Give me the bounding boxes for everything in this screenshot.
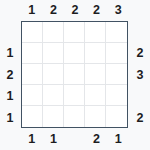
clue-left-5: 1 — [0, 107, 20, 129]
cell-r3c1[interactable] — [22, 64, 43, 85]
cell-r4c2[interactable] — [43, 85, 64, 106]
clues-top: 12223 — [21, 0, 129, 20]
clue-left-3: 2 — [0, 64, 20, 86]
cell-r1c3[interactable] — [64, 22, 85, 43]
clue-top-3: 2 — [64, 0, 86, 20]
clue-top-1: 1 — [21, 0, 43, 20]
cell-r5c2[interactable] — [43, 106, 64, 127]
clue-left-1 — [0, 21, 20, 43]
cell-r2c4[interactable] — [85, 43, 106, 64]
clue-right-3: 3 — [130, 64, 150, 86]
skyscrapers-puzzle: 12223 1211 232 1121 — [0, 0, 150, 150]
cell-r1c1[interactable] — [22, 22, 43, 43]
cell-r2c2[interactable] — [43, 43, 64, 64]
cell-r1c5[interactable] — [106, 22, 127, 43]
cell-r3c2[interactable] — [43, 64, 64, 85]
clue-bottom-4: 2 — [86, 129, 108, 149]
clue-right-5: 2 — [130, 107, 150, 129]
clue-right-2: 2 — [130, 43, 150, 65]
cell-r2c1[interactable] — [22, 43, 43, 64]
cell-r3c5[interactable] — [106, 64, 127, 85]
clue-bottom-3 — [64, 129, 86, 149]
cell-r5c1[interactable] — [22, 106, 43, 127]
clues-left: 1211 — [0, 21, 20, 129]
clues-right: 232 — [130, 21, 150, 129]
clue-bottom-2: 1 — [43, 129, 65, 149]
cell-r5c3[interactable] — [64, 106, 85, 127]
clue-bottom-1: 1 — [21, 129, 43, 149]
clue-bottom-5: 1 — [107, 129, 129, 149]
clue-right-1 — [130, 21, 150, 43]
cell-r2c5[interactable] — [106, 43, 127, 64]
cell-r5c5[interactable] — [106, 106, 127, 127]
cell-r4c3[interactable] — [64, 85, 85, 106]
cell-r4c1[interactable] — [22, 85, 43, 106]
cell-r3c3[interactable] — [64, 64, 85, 85]
cell-r2c3[interactable] — [64, 43, 85, 64]
cell-r1c2[interactable] — [43, 22, 64, 43]
clue-left-4: 1 — [0, 86, 20, 108]
clue-left-2: 1 — [0, 43, 20, 65]
cell-r4c4[interactable] — [85, 85, 106, 106]
board — [21, 21, 128, 128]
cell-r5c4[interactable] — [85, 106, 106, 127]
clue-top-2: 2 — [43, 0, 65, 20]
clue-right-4 — [130, 86, 150, 108]
cell-r1c4[interactable] — [85, 22, 106, 43]
cell-r3c4[interactable] — [85, 64, 106, 85]
clue-top-4: 2 — [86, 0, 108, 20]
cell-r4c5[interactable] — [106, 85, 127, 106]
clues-bottom: 1121 — [21, 129, 129, 149]
clue-top-5: 3 — [107, 0, 129, 20]
